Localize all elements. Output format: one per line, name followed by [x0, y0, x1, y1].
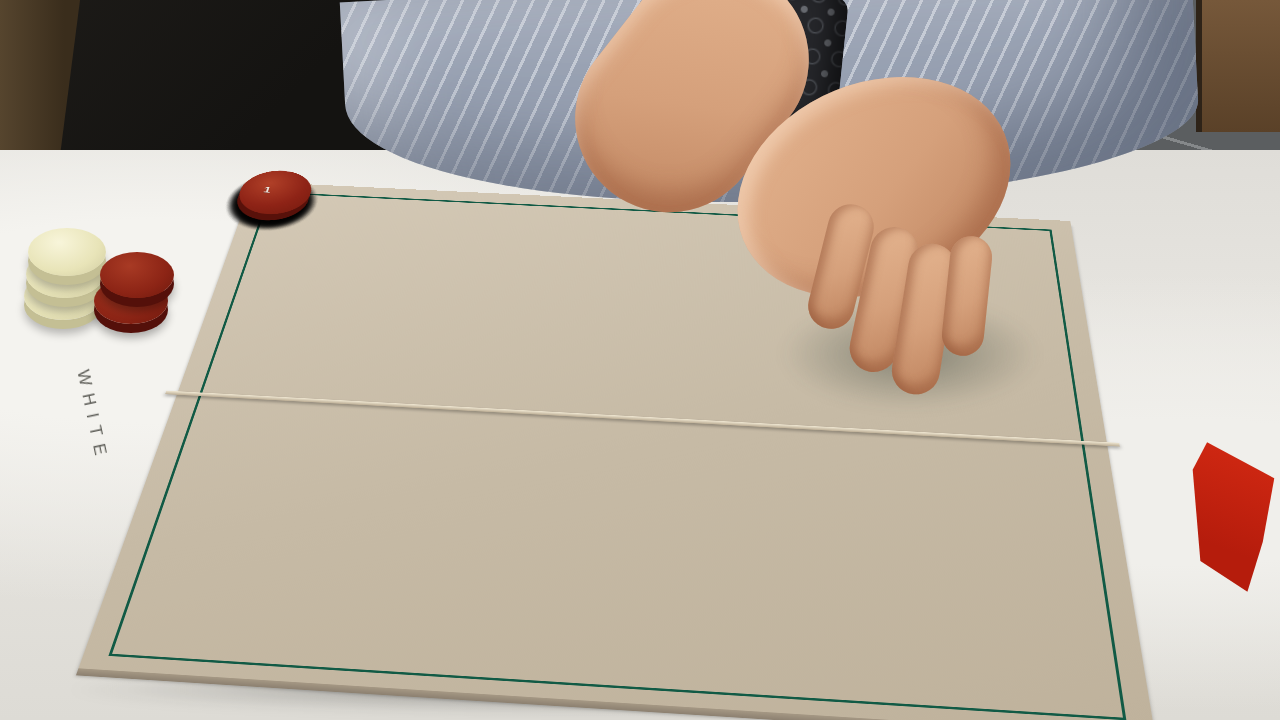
captured-white-piece[interactable]	[28, 228, 106, 276]
captured-red-piece[interactable]	[100, 252, 174, 298]
scene: 3231302928272625242322212019181716151413…	[0, 0, 1280, 720]
wood-cabinet	[1196, 0, 1280, 132]
checkers-board: 3231302928272625242322212019181716151413…	[78, 182, 1155, 720]
